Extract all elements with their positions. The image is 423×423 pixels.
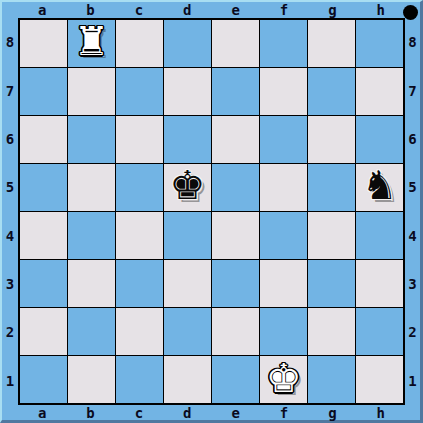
square-c5[interactable] <box>116 164 163 211</box>
square-f2[interactable] <box>260 308 307 355</box>
square-d8[interactable] <box>164 20 211 67</box>
square-c3[interactable] <box>116 260 163 307</box>
square-h1[interactable] <box>356 356 403 403</box>
square-d6[interactable] <box>164 116 211 163</box>
square-f6[interactable] <box>260 116 307 163</box>
file-label-d: d <box>163 405 211 421</box>
square-a2[interactable] <box>20 308 67 355</box>
rank-labels-right: 87654321 <box>405 18 420 405</box>
file-label-f: f <box>260 405 308 421</box>
square-a1[interactable] <box>20 356 67 403</box>
square-g6[interactable] <box>308 116 355 163</box>
square-g4[interactable] <box>308 212 355 259</box>
rank-label-4: 4 <box>405 212 420 260</box>
file-label-b: b <box>66 405 114 421</box>
square-g7[interactable] <box>308 68 355 115</box>
square-a7[interactable] <box>20 68 67 115</box>
square-f3[interactable] <box>260 260 307 307</box>
square-b2[interactable] <box>68 308 115 355</box>
square-h8[interactable] <box>356 20 403 67</box>
black-knight[interactable]: ♞ <box>362 165 398 205</box>
square-e7[interactable] <box>212 68 259 115</box>
rank-label-6: 6 <box>2 115 18 163</box>
rank-label-5: 5 <box>405 163 420 211</box>
rank-label-8: 8 <box>405 18 420 66</box>
square-d3[interactable] <box>164 260 211 307</box>
square-e6[interactable] <box>212 116 259 163</box>
rank-label-3: 3 <box>2 260 18 308</box>
file-label-c: c <box>115 405 163 421</box>
rank-labels-left: 87654321 <box>2 18 18 405</box>
white-king[interactable]: ♚ <box>266 358 302 398</box>
square-b4[interactable] <box>68 212 115 259</box>
square-f1[interactable]: ♚ <box>260 356 307 403</box>
square-h7[interactable] <box>356 68 403 115</box>
square-b3[interactable] <box>68 260 115 307</box>
square-g8[interactable] <box>308 20 355 67</box>
square-e4[interactable] <box>212 212 259 259</box>
square-a5[interactable] <box>20 164 67 211</box>
square-c4[interactable] <box>116 212 163 259</box>
square-e2[interactable] <box>212 308 259 355</box>
square-h2[interactable] <box>356 308 403 355</box>
file-labels-top: abcdefgh <box>18 2 405 18</box>
file-label-b: b <box>66 2 114 18</box>
file-label-e: e <box>212 2 260 18</box>
white-rook[interactable]: ♜ <box>73 21 109 61</box>
square-f7[interactable] <box>260 68 307 115</box>
square-a6[interactable] <box>20 116 67 163</box>
rank-label-6: 6 <box>405 115 420 163</box>
square-b5[interactable] <box>68 164 115 211</box>
file-label-e: e <box>212 405 260 421</box>
square-f8[interactable] <box>260 20 307 67</box>
file-label-g: g <box>308 405 356 421</box>
square-e5[interactable] <box>212 164 259 211</box>
square-a3[interactable] <box>20 260 67 307</box>
rank-label-7: 7 <box>405 66 420 114</box>
file-label-g: g <box>308 2 356 18</box>
square-c1[interactable] <box>116 356 163 403</box>
square-b8[interactable]: ♜ <box>68 20 115 67</box>
square-e3[interactable] <box>212 260 259 307</box>
black-to-move-indicator <box>403 5 418 20</box>
black-king[interactable]: ♚ <box>170 165 206 205</box>
square-h3[interactable] <box>356 260 403 307</box>
rank-label-7: 7 <box>2 66 18 114</box>
square-c2[interactable] <box>116 308 163 355</box>
file-labels-bottom: abcdefgh <box>18 405 405 420</box>
file-label-a: a <box>18 2 66 18</box>
file-label-c: c <box>115 2 163 18</box>
square-h6[interactable] <box>356 116 403 163</box>
file-label-h: h <box>357 405 405 421</box>
square-g2[interactable] <box>308 308 355 355</box>
square-c8[interactable] <box>116 20 163 67</box>
file-label-f: f <box>260 2 308 18</box>
square-c6[interactable] <box>116 116 163 163</box>
square-g5[interactable] <box>308 164 355 211</box>
chess-board: ♜♚♞♚ <box>18 18 405 405</box>
square-b7[interactable] <box>68 68 115 115</box>
rank-label-1: 1 <box>2 357 18 405</box>
rank-label-4: 4 <box>2 212 18 260</box>
square-a4[interactable] <box>20 212 67 259</box>
square-d4[interactable] <box>164 212 211 259</box>
rank-label-5: 5 <box>2 163 18 211</box>
square-e8[interactable] <box>212 20 259 67</box>
square-d1[interactable] <box>164 356 211 403</box>
square-b1[interactable] <box>68 356 115 403</box>
rank-label-2: 2 <box>405 308 420 356</box>
square-h5[interactable]: ♞ <box>356 164 403 211</box>
file-label-a: a <box>18 405 66 421</box>
square-g1[interactable] <box>308 356 355 403</box>
file-label-d: d <box>163 2 211 18</box>
square-d7[interactable] <box>164 68 211 115</box>
square-f4[interactable] <box>260 212 307 259</box>
chess-board-frame: abcdefgh abcdefgh 87654321 87654321 ♜♚♞♚ <box>0 0 423 423</box>
square-c7[interactable] <box>116 68 163 115</box>
square-g3[interactable] <box>308 260 355 307</box>
rank-label-2: 2 <box>2 308 18 356</box>
file-label-h: h <box>357 2 405 18</box>
rank-label-8: 8 <box>2 18 18 66</box>
square-d5[interactable]: ♚ <box>164 164 211 211</box>
square-a8[interactable] <box>20 20 67 67</box>
square-e1[interactable] <box>212 356 259 403</box>
square-f5[interactable] <box>260 164 307 211</box>
square-h4[interactable] <box>356 212 403 259</box>
rank-label-3: 3 <box>405 260 420 308</box>
rank-label-1: 1 <box>405 357 420 405</box>
square-b6[interactable] <box>68 116 115 163</box>
square-d2[interactable] <box>164 308 211 355</box>
